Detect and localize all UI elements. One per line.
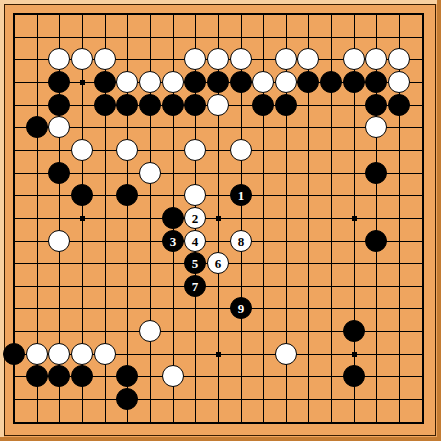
stone-black-17-11[interactable] [365,230,387,252]
stone-white-11-3[interactable] [230,48,252,70]
stone-black-12-5[interactable] [252,94,274,116]
stone-white-6-4[interactable] [116,71,138,93]
stone-black-7-5[interactable] [139,94,161,116]
star-point [216,352,221,357]
stone-black-6-9[interactable] [116,184,138,206]
move-3-stone[interactable]: 3 [162,230,184,252]
stone-white-8-4[interactable] [162,71,184,93]
stone-black-6-17[interactable] [116,365,138,387]
stone-black-9-5[interactable] [184,94,206,116]
stone-white-4-7[interactable] [71,139,93,161]
stone-white-13-4[interactable] [275,71,297,93]
stone-black-18-5[interactable] [388,94,410,116]
stone-black-11-4[interactable] [230,71,252,93]
stone-white-18-3[interactable] [388,48,410,70]
stone-white-5-16[interactable] [94,343,116,365]
stone-black-15-4[interactable] [320,71,342,93]
stone-black-8-10[interactable] [162,207,184,229]
stone-white-7-8[interactable] [139,162,161,184]
move-5-stone[interactable]: 5 [184,252,206,274]
stone-black-5-5[interactable] [94,94,116,116]
move-7-stone[interactable]: 7 [184,275,206,297]
stone-black-6-5[interactable] [116,94,138,116]
star-point [216,216,221,221]
star-point [80,216,85,221]
stone-black-1-16[interactable] [3,343,25,365]
stone-white-4-16[interactable] [71,343,93,365]
stone-black-17-5[interactable] [365,94,387,116]
stone-black-3-17[interactable] [48,365,70,387]
stone-black-9-4[interactable] [184,71,206,93]
stone-white-3-11[interactable] [48,230,70,252]
move-9-stone[interactable]: 9 [230,297,252,319]
frame-bevel-bottom [0,437,441,441]
stone-white-14-3[interactable] [297,48,319,70]
stone-black-17-4[interactable] [365,71,387,93]
frame-bevel-right [437,0,441,441]
grid-line-horizontal [14,286,422,287]
stone-white-5-3[interactable] [94,48,116,70]
stone-black-3-5[interactable] [48,94,70,116]
stone-black-2-17[interactable] [26,365,48,387]
go-board[interactable]: 123456789 [0,0,441,441]
stone-black-13-5[interactable] [275,94,297,116]
stone-white-12-4[interactable] [252,71,274,93]
move-1-stone[interactable]: 1 [230,184,252,206]
move-4-stone[interactable]: 4 [184,230,206,252]
stone-white-3-6[interactable] [48,116,70,138]
stone-white-9-3[interactable] [184,48,206,70]
stone-black-16-15[interactable] [343,320,365,342]
grid-line-horizontal [14,241,422,242]
stone-white-4-3[interactable] [71,48,93,70]
stone-white-7-15[interactable] [139,320,161,342]
stone-white-10-3[interactable] [207,48,229,70]
star-point [352,216,357,221]
move-6-stone[interactable]: 6 [207,252,229,274]
stone-black-2-6[interactable] [26,116,48,138]
grid-line-horizontal [14,399,422,400]
stone-black-14-4[interactable] [297,71,319,93]
star-point [80,80,85,85]
stone-black-6-18[interactable] [116,388,138,410]
stone-black-4-9[interactable] [71,184,93,206]
stone-white-7-4[interactable] [139,71,161,93]
stone-white-8-17[interactable] [162,365,184,387]
stone-black-3-8[interactable] [48,162,70,184]
stone-white-17-6[interactable] [365,116,387,138]
stone-white-18-4[interactable] [388,71,410,93]
stone-white-6-7[interactable] [116,139,138,161]
stone-white-16-3[interactable] [343,48,365,70]
stone-white-13-16[interactable] [275,343,297,365]
move-2-stone[interactable]: 2 [184,207,206,229]
stone-white-9-9[interactable] [184,184,206,206]
stone-black-4-17[interactable] [71,365,93,387]
stone-white-9-7[interactable] [184,139,206,161]
move-8-stone[interactable]: 8 [230,230,252,252]
stone-white-3-16[interactable] [48,343,70,365]
stone-white-3-3[interactable] [48,48,70,70]
star-point [352,352,357,357]
stone-white-17-3[interactable] [365,48,387,70]
stone-white-13-3[interactable] [275,48,297,70]
stone-black-16-17[interactable] [343,365,365,387]
stone-white-11-7[interactable] [230,139,252,161]
stone-black-5-4[interactable] [94,71,116,93]
stone-black-3-4[interactable] [48,71,70,93]
stone-black-8-5[interactable] [162,94,184,116]
stone-black-10-4[interactable] [207,71,229,93]
grid-line-horizontal [14,308,422,309]
stone-black-16-4[interactable] [343,71,365,93]
stone-black-17-8[interactable] [365,162,387,184]
stone-white-2-16[interactable] [26,343,48,365]
stone-white-10-5[interactable] [207,94,229,116]
